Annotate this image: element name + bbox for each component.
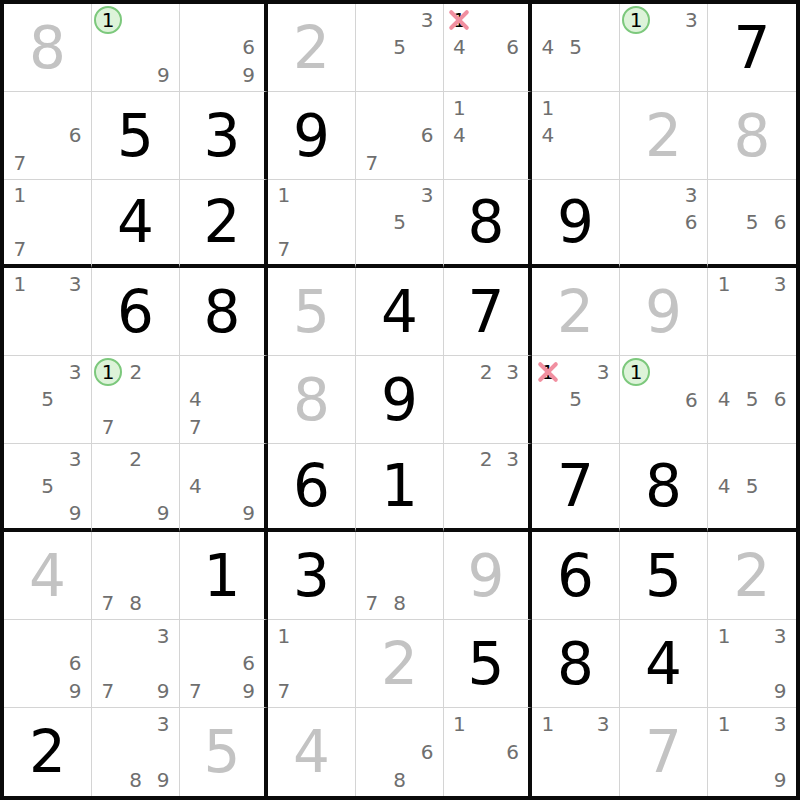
empty-candidate-slot [562,149,590,177]
given-digit: 1 [204,547,241,605]
candidate: 1 [6,182,34,209]
empty-candidate-slot [738,358,766,386]
solved-digit: 2 [293,19,330,77]
empty-candidate-slot [534,738,562,766]
empty-candidate-slot [34,413,62,441]
cell-r6c7[interactable]: 7 [532,444,620,532]
empty-candidate-slot [61,622,89,650]
candidate: 3 [413,182,441,209]
pencil-marks: 379 [94,622,177,705]
cell-r3c9[interactable]: 56 [708,180,796,268]
empty-candidate-slot [235,6,262,34]
candidate: 7 [182,413,209,441]
cell-r2c7[interactable]: 14 [532,92,620,180]
empty-candidate-slot [122,622,150,650]
given-digit: 5 [117,107,154,165]
cell-r5c6[interactable]: 23 [444,356,532,444]
empty-candidate-slot [562,413,590,441]
cell-r2c4[interactable]: 9 [268,92,356,180]
empty-candidate-slot [209,677,236,705]
given-digit: 6 [293,457,330,515]
cell-r6c2[interactable]: 29 [92,444,180,532]
empty-candidate-slot [386,235,414,262]
pencil-marks: 67 [358,94,441,177]
empty-candidate-slot [562,94,590,122]
empty-candidate-slot [738,235,766,262]
empty-candidate-slot [6,650,34,678]
empty-candidate-slot [325,677,353,705]
pencil-marks: 13 [710,270,794,353]
empty-candidate-slot [61,209,89,236]
empty-candidate-slot [710,182,738,209]
empty-candidate-slot [298,650,326,678]
cell-r9c7[interactable]: 13 [532,708,620,796]
empty-candidate-slot [182,6,209,34]
empty-candidate-slot [710,413,738,441]
empty-candidate-slot [298,209,326,236]
empty-candidate-slot [94,710,122,738]
given-digit: 3 [204,107,241,165]
empty-candidate-slot [499,122,526,150]
candidate: 4 [182,386,209,414]
cell-r3c7[interactable]: 9 [532,180,620,268]
cell-r9c9[interactable]: 139 [708,708,796,796]
pencil-marks: 14 [446,94,526,177]
empty-candidate-slot [534,149,562,177]
pencil-marks: 17 [6,182,89,262]
empty-candidate-slot [562,358,590,386]
cell-r1c3[interactable]: 69 [180,4,268,92]
cell-r5c9[interactable]: 456 [708,356,796,444]
cell-r1c1[interactable]: 8 [4,4,92,92]
empty-candidate-slot [534,386,562,414]
solved-digit: 9 [468,547,505,605]
empty-candidate-slot [473,473,500,500]
empty-candidate-slot [6,499,34,526]
empty-candidate-slot [473,34,500,62]
cell-r1c4[interactable]: 2 [268,4,356,92]
given-digit: 9 [557,193,594,251]
cell-r1c8[interactable]: 13 [620,4,708,92]
empty-candidate-slot [738,710,766,738]
empty-candidate-slot [149,589,177,617]
cell-r3c3[interactable]: 2 [180,180,268,268]
empty-candidate-slot [209,6,236,34]
candidate: 9 [149,499,177,526]
empty-candidate-slot [446,61,473,89]
empty-candidate-slot [589,766,617,794]
cell-r6c1[interactable]: 359 [4,444,92,532]
empty-candidate-slot [6,209,34,236]
cell-r2c8[interactable]: 2 [620,92,708,180]
cell-r1c6[interactable]: 146 [444,4,532,92]
empty-candidate-slot [209,358,236,386]
empty-candidate-slot [358,738,386,766]
empty-candidate-slot [325,622,353,650]
pencil-marks: 69 [6,622,89,705]
empty-candidate-slot [710,446,738,473]
empty-candidate-slot [622,209,650,236]
candidate: 1 [710,622,738,650]
empty-candidate-slot [61,94,89,122]
empty-candidate-slot [6,473,34,500]
cell-r6c8[interactable]: 8 [620,444,708,532]
candidate: 9 [235,499,262,526]
candidate: 7 [270,235,298,262]
cell-r8c8[interactable]: 4 [620,620,708,708]
empty-candidate-slot [94,499,122,526]
cell-r9c5[interactable]: 68 [356,708,444,796]
empty-candidate-slot [386,710,414,738]
empty-candidate-slot [650,34,678,62]
empty-candidate-slot [562,766,590,794]
cell-r7c4[interactable]: 3 [268,532,356,620]
empty-candidate-slot [766,325,794,353]
cell-r7c1[interactable]: 4 [4,532,92,620]
cell-r5c8[interactable]: 16 [620,356,708,444]
candidate: 3 [589,710,617,738]
candidate: 1 [6,270,34,298]
empty-candidate-slot [473,386,500,414]
empty-candidate-slot [325,182,353,209]
cell-r6c9[interactable]: 45 [708,444,796,532]
empty-candidate-slot [94,562,122,590]
empty-candidate-slot [122,738,150,766]
pencil-marks: 47 [182,358,262,441]
empty-candidate-slot [650,209,678,236]
cell-r1c2[interactable]: 19 [92,4,180,92]
cell-r3c2[interactable]: 4 [92,180,180,268]
empty-candidate-slot [358,94,386,122]
empty-candidate-slot [94,534,122,562]
empty-candidate-slot [94,446,122,473]
empty-candidate-slot [325,235,353,262]
empty-candidate-slot [6,413,34,441]
cell-r9c2[interactable]: 389 [92,708,180,796]
empty-candidate-slot [358,710,386,738]
empty-candidate-slot [562,710,590,738]
given-digit: 6 [117,283,154,341]
cell-r7c8[interactable]: 5 [620,532,708,620]
solved-digit: 2 [381,635,418,693]
pencil-marks: 56 [710,182,794,262]
crossed-candidate: 1 [446,6,473,34]
empty-candidate-slot [589,386,617,414]
empty-candidate-slot [413,534,441,562]
cell-r4c8[interactable]: 9 [620,268,708,356]
empty-candidate-slot [209,34,236,62]
candidate: 2 [122,358,150,386]
cell-r1c5[interactable]: 35 [356,4,444,92]
candidate: 6 [235,34,262,62]
candidate: 8 [122,589,150,617]
empty-candidate-slot [149,534,177,562]
empty-candidate-slot [499,473,526,500]
candidate: 5 [738,473,766,500]
cell-r5c5[interactable]: 9 [356,356,444,444]
empty-candidate-slot [710,298,738,326]
empty-candidate-slot [562,122,590,150]
empty-candidate-slot [149,473,177,500]
cell-r4c7[interactable]: 2 [532,268,620,356]
empty-candidate-slot [534,61,562,89]
candidate: 5 [738,209,766,236]
candidate: 7 [94,589,122,617]
empty-candidate-slot [738,325,766,353]
cell-r8c5[interactable]: 2 [356,620,444,708]
candidate: 1 [710,710,738,738]
candidate: 9 [149,766,177,794]
empty-candidate-slot [473,710,500,738]
empty-candidate-slot [358,6,386,34]
cell-r2c6[interactable]: 14 [444,92,532,180]
pencil-marks: 35 [6,358,89,441]
pencil-marks: 68 [358,710,441,794]
cell-r4c3[interactable]: 8 [180,268,268,356]
cell-r4c5[interactable]: 4 [356,268,444,356]
empty-candidate-slot [61,182,89,209]
cell-r2c2[interactable]: 5 [92,92,180,180]
cell-r2c3[interactable]: 3 [180,92,268,180]
empty-candidate-slot [149,446,177,473]
pencil-marks: 23 [446,446,526,526]
empty-candidate-slot [738,413,766,441]
empty-candidate-slot [710,358,738,386]
cell-r8c1[interactable]: 69 [4,620,92,708]
cell-r4c9[interactable]: 13 [708,268,796,356]
empty-candidate-slot [34,499,62,526]
cell-r8c9[interactable]: 139 [708,620,796,708]
crossed-candidate: 1 [534,358,562,386]
empty-candidate-slot [473,94,500,122]
candidate-slot: 1 [94,6,122,34]
candidate: 1 [710,270,738,298]
empty-candidate-slot [209,413,236,441]
empty-candidate-slot [61,413,89,441]
cell-r5c3[interactable]: 47 [180,356,268,444]
empty-candidate-slot [182,34,209,62]
candidate: 9 [766,766,794,794]
cell-r3c8[interactable]: 36 [620,180,708,268]
cell-r6c5[interactable]: 1 [356,444,444,532]
empty-candidate-slot [61,149,89,177]
pencil-marks: 35 [358,182,441,262]
empty-candidate-slot [446,358,473,386]
candidate: 7 [358,589,386,617]
pencil-marks: 45 [710,446,794,526]
candidate: 8 [386,589,414,617]
empty-candidate-slot [446,413,473,441]
cell-r8c3[interactable]: 679 [180,620,268,708]
cell-r4c2[interactable]: 6 [92,268,180,356]
empty-candidate-slot [738,499,766,526]
empty-candidate-slot [589,738,617,766]
empty-candidate-slot [34,677,62,705]
cell-r2c5[interactable]: 67 [356,92,444,180]
cell-r5c2[interactable]: 127 [92,356,180,444]
empty-candidate-slot [94,766,122,794]
cell-r6c6[interactable]: 23 [444,444,532,532]
empty-candidate-slot [473,499,500,526]
empty-candidate-slot [766,358,794,386]
cell-r3c6[interactable]: 8 [444,180,532,268]
empty-candidate-slot [235,473,262,500]
pencil-marks: 139 [710,622,794,705]
empty-candidate-slot [235,446,262,473]
cell-r7c3[interactable]: 1 [180,532,268,620]
pencil-marks: 69 [182,6,262,89]
pencil-marks: 13 [622,6,705,89]
cell-r3c4[interactable]: 17 [268,180,356,268]
cell-r5c1[interactable]: 35 [4,356,92,444]
cell-r5c4[interactable]: 8 [268,356,356,444]
cell-r9c4[interactable]: 4 [268,708,356,796]
cell-r9c3[interactable]: 5 [180,708,268,796]
empty-candidate-slot [413,94,441,122]
cell-r3c5[interactable]: 35 [356,180,444,268]
pencil-marks: 456 [710,358,794,441]
solved-digit: 5 [293,283,330,341]
given-digit: 5 [468,635,505,693]
cell-r4c1[interactable]: 13 [4,268,92,356]
empty-candidate-slot [150,358,178,386]
empty-candidate-slot [710,209,738,236]
empty-candidate-slot [34,650,62,678]
candidate-slot: 1 [622,6,650,34]
cell-r9c6[interactable]: 16 [444,708,532,796]
cell-r8c6[interactable]: 5 [444,620,532,708]
empty-candidate-slot [61,235,89,262]
candidate: 2 [122,446,150,473]
cell-r2c9[interactable]: 8 [708,92,796,180]
empty-candidate-slot [622,182,650,209]
empty-candidate-slot [766,235,794,262]
cell-r3c1[interactable]: 17 [4,180,92,268]
empty-candidate-slot [122,499,150,526]
empty-candidate-slot [413,562,441,590]
pencil-marks: 679 [182,622,262,705]
candidate: 1 [270,182,298,209]
candidate: 4 [710,473,738,500]
empty-candidate-slot [446,386,473,414]
empty-candidate-slot [325,209,353,236]
candidate: 6 [413,122,441,150]
cell-r7c9[interactable]: 2 [708,532,796,620]
empty-candidate-slot [34,122,62,150]
empty-candidate-slot [413,235,441,262]
empty-candidate-slot [622,414,650,442]
candidate: 2 [473,446,500,473]
empty-candidate-slot [473,149,500,177]
cell-r7c7[interactable]: 6 [532,532,620,620]
empty-candidate-slot [473,6,500,34]
empty-candidate-slot [298,235,326,262]
candidate: 9 [61,499,89,526]
empty-candidate-slot [358,209,386,236]
cell-r8c2[interactable]: 379 [92,620,180,708]
cell-r1c7[interactable]: 45 [532,4,620,92]
pencil-marks: 36 [622,182,705,262]
candidate: 6 [413,738,441,766]
empty-candidate-slot [766,446,794,473]
cell-r9c1[interactable]: 2 [4,708,92,796]
empty-candidate-slot [534,6,562,34]
candidate: 3 [677,182,705,209]
empty-candidate-slot [34,149,62,177]
empty-candidate-slot [235,622,262,650]
candidate: 6 [61,650,89,678]
empty-candidate-slot [94,650,122,678]
empty-candidate-slot [94,34,122,62]
cell-r8c4[interactable]: 17 [268,620,356,708]
cell-r4c6[interactable]: 7 [444,268,532,356]
empty-candidate-slot [650,6,678,34]
candidate: 3 [499,358,526,386]
empty-candidate-slot [34,94,62,122]
cell-r6c4[interactable]: 6 [268,444,356,532]
empty-candidate-slot [209,61,236,89]
empty-candidate-slot [34,270,62,298]
solved-digit: 8 [29,19,66,77]
empty-candidate-slot [413,766,441,794]
empty-candidate-slot [94,386,122,414]
cell-r7c6[interactable]: 9 [444,532,532,620]
given-digit: 7 [557,457,594,515]
cell-r4c4[interactable]: 5 [268,268,356,356]
pencil-marks: 135 [534,358,617,441]
empty-candidate-slot [61,325,89,353]
cell-r6c3[interactable]: 49 [180,444,268,532]
empty-candidate-slot [235,358,262,386]
cell-r7c5[interactable]: 78 [356,532,444,620]
candidate: 9 [235,677,262,705]
empty-candidate-slot [766,499,794,526]
candidate: 9 [149,677,177,705]
empty-candidate-slot [149,562,177,590]
candidate: 9 [235,61,262,89]
cell-r5c7[interactable]: 135 [532,356,620,444]
empty-candidate-slot [149,738,177,766]
given-digit: 1 [381,457,418,515]
candidate: 3 [766,622,794,650]
empty-candidate-slot [325,650,353,678]
pencil-marks: 17 [270,182,353,262]
cell-r7c2[interactable]: 78 [92,532,180,620]
candidate: 6 [499,738,526,766]
empty-candidate-slot [6,677,34,705]
cell-r8c7[interactable]: 8 [532,620,620,708]
pencil-marks: 16 [446,710,526,794]
empty-candidate-slot [6,122,34,150]
candidate: 7 [6,149,34,177]
empty-candidate-slot [209,446,236,473]
empty-candidate-slot [413,34,441,62]
empty-candidate-slot [738,622,766,650]
solved-digit: 4 [29,547,66,605]
empty-candidate-slot [358,235,386,262]
cell-r1c9[interactable]: 7 [708,4,796,92]
cell-r9c8[interactable]: 7 [620,708,708,796]
empty-candidate-slot [34,325,62,353]
given-digit: 2 [29,723,66,781]
empty-candidate-slot [150,414,178,442]
pencil-marks: 45 [534,6,617,89]
highlighted-candidate: 1 [622,6,650,34]
cell-r2c1[interactable]: 67 [4,92,92,180]
empty-candidate-slot [270,209,298,236]
pencil-marks: 359 [6,446,89,526]
empty-candidate-slot [738,738,766,766]
